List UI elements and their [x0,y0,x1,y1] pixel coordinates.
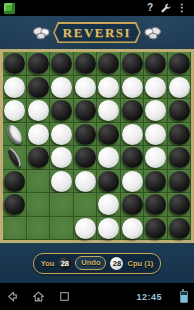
black-disc [169,53,190,74]
board-cell-e2[interactable] [97,76,121,100]
white-disc [145,147,166,168]
scoreboard: You 28 Undo 28 Cpu (1) [33,253,162,274]
black-disc [169,171,190,192]
white-disc [122,124,143,145]
white-disc [169,77,190,98]
board-cell-b6[interactable] [27,170,51,194]
board-cell-b7[interactable] [27,193,51,217]
white-disc [51,77,72,98]
black-disc [28,53,49,74]
board-cell-c1[interactable] [50,52,74,76]
app-icon [4,3,15,14]
disc-ornament-left-icon [33,26,50,40]
board-cell-h7[interactable] [168,193,192,217]
board-cell-c2[interactable] [50,76,74,100]
board-cell-e3[interactable] [97,99,121,123]
board-cell-g4[interactable] [144,123,168,147]
black-disc [75,53,96,74]
black-disc [122,194,143,215]
white-disc [145,100,166,121]
board-cell-c6[interactable] [50,170,74,194]
board-cell-g5[interactable] [144,146,168,170]
board-cell-d4[interactable] [74,123,98,147]
system-nav-bar: 12:45 [0,283,194,310]
board-cell-c7[interactable] [50,193,74,217]
board-cell-d1[interactable] [74,52,98,76]
black-disc [169,100,190,121]
cpu-label: Cpu (1) [127,259,153,268]
white-disc [98,77,119,98]
board-cell-g6[interactable] [144,170,168,194]
title-banner: REVERSI [0,16,194,49]
top-action-bar: ? ⋮ [0,0,194,16]
board-cell-h6[interactable] [168,170,192,194]
board-cell-d3[interactable] [74,99,98,123]
board-cell-a4[interactable] [3,123,27,147]
black-disc [169,218,190,239]
board-cell-a5[interactable] [3,146,27,170]
board-grid [3,52,191,240]
cpu-score-disc: 28 [110,257,123,270]
flipping-white-disc [4,122,25,146]
black-disc [75,100,96,121]
board-cell-g2[interactable] [144,76,168,100]
board-cell-h4[interactable] [168,123,192,147]
board-cell-f6[interactable] [121,170,145,194]
battery-icon [180,291,188,303]
black-disc [145,218,166,239]
black-disc [28,77,49,98]
board-cell-a1[interactable] [3,52,27,76]
white-disc [51,171,72,192]
board-cell-a8[interactable] [3,217,27,241]
white-disc [75,77,96,98]
board-cell-d5[interactable] [74,146,98,170]
white-disc [75,171,96,192]
board-cell-b2[interactable] [27,76,51,100]
board-cell-b8[interactable] [27,217,51,241]
board-cell-d2[interactable] [74,76,98,100]
board-cell-c8[interactable] [50,217,74,241]
board-cell-f4[interactable] [121,123,145,147]
white-disc [98,194,119,215]
board-cell-b1[interactable] [27,52,51,76]
white-disc [145,77,166,98]
black-disc [51,53,72,74]
board-cell-g7[interactable] [144,193,168,217]
black-disc [4,171,25,192]
black-disc [169,194,190,215]
disc-ornament-right-icon [144,26,161,40]
white-disc [122,171,143,192]
white-disc [122,218,143,239]
board-cell-e8[interactable] [97,217,121,241]
black-disc [122,100,143,121]
board-cell-h1[interactable] [168,52,192,76]
board-cell-f5[interactable] [121,146,145,170]
board-cell-b4[interactable] [27,123,51,147]
board-cell-b5[interactable] [27,146,51,170]
white-disc [145,124,166,145]
white-disc [51,147,72,168]
board-cell-a3[interactable] [3,99,27,123]
board-cell-c4[interactable] [50,123,74,147]
board-cell-d8[interactable] [74,217,98,241]
clock[interactable]: 12:45 [136,292,162,302]
board-cell-b3[interactable] [27,99,51,123]
white-disc [98,218,119,239]
black-disc [169,124,190,145]
white-disc [4,77,25,98]
black-disc [98,124,119,145]
overflow-menu-icon[interactable]: ⋮ [174,0,190,16]
board-cell-a2[interactable] [3,76,27,100]
white-disc [28,124,49,145]
board-cell-g1[interactable] [144,52,168,76]
black-disc [145,53,166,74]
board-cell-f8[interactable] [121,217,145,241]
board-cell-d7[interactable] [74,193,98,217]
board-cell-h5[interactable] [168,146,192,170]
board-cell-e4[interactable] [97,123,121,147]
black-disc [122,147,143,168]
black-disc [28,147,49,168]
white-disc [122,77,143,98]
board-cell-h3[interactable] [168,99,192,123]
you-label: You [41,259,55,268]
undo-button[interactable]: Undo [75,256,106,270]
board-cell-g8[interactable] [144,217,168,241]
board-cell-a7[interactable] [3,193,27,217]
board-cell-e6[interactable] [97,170,121,194]
score-strip: You 28 Undo 28 Cpu (1) [0,243,194,283]
board-cell-c5[interactable] [50,146,74,170]
black-disc [98,53,119,74]
board-cell-d6[interactable] [74,170,98,194]
recent-apps-icon[interactable] [58,290,71,303]
white-disc [98,147,119,168]
flipping-black-disc [6,146,23,168]
black-disc [145,194,166,215]
board-cell-f1[interactable] [121,52,145,76]
board-cell-h8[interactable] [168,217,192,241]
white-disc [4,100,25,121]
board-cell-e5[interactable] [97,146,121,170]
board-cell-a6[interactable] [3,170,27,194]
black-disc [4,53,25,74]
reversi-app-screen: ? ⋮ REVERSI You 2 [0,0,194,310]
app-title: REVERSI [63,25,131,41]
back-icon[interactable] [6,290,19,303]
title-plaque: REVERSI [53,22,140,43]
board-cell-h2[interactable] [168,76,192,100]
black-disc [169,147,190,168]
you-score-disc: 28 [58,257,71,270]
board-cell-f7[interactable] [121,193,145,217]
black-disc [122,53,143,74]
black-disc [145,171,166,192]
board-cell-f2[interactable] [121,76,145,100]
black-disc [75,124,96,145]
black-disc [4,194,25,215]
white-disc [75,218,96,239]
black-disc [98,171,119,192]
white-disc [28,100,49,121]
home-icon[interactable] [32,290,45,303]
white-disc [51,124,72,145]
settings-wrench-icon[interactable] [158,1,174,15]
black-disc [51,100,72,121]
reversi-board [0,49,194,243]
board-cell-g3[interactable] [144,99,168,123]
board-cell-e7[interactable] [97,193,121,217]
white-disc [98,100,119,121]
board-cell-c3[interactable] [50,99,74,123]
board-cell-e1[interactable] [97,52,121,76]
help-icon[interactable]: ? [142,0,158,16]
black-disc [75,147,96,168]
board-cell-f3[interactable] [121,99,145,123]
